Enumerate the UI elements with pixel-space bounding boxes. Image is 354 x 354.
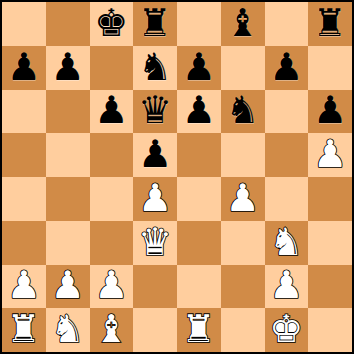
black-bishop-piece[interactable]: ♝ [226, 4, 260, 42]
white-rook-piece[interactable]: ♜ [182, 310, 216, 348]
square-h6[interactable]: ♟ [308, 90, 352, 134]
black-rook-piece[interactable]: ♜ [138, 4, 172, 42]
white-pawn-piece[interactable]: ♟ [51, 266, 85, 304]
square-g7[interactable]: ♟ [265, 46, 309, 90]
square-e8[interactable] [177, 2, 221, 46]
black-pawn-piece[interactable]: ♟ [313, 91, 347, 129]
board-frame: ♚♜♝♜♟♟♞♟♟♟♛♟♞♟♟♟♟♟♛♞♟♟♟♟♜♞♝♜♚ [0, 0, 354, 354]
white-pawn-piece[interactable]: ♟ [94, 266, 128, 304]
square-b8[interactable] [46, 2, 90, 46]
black-pawn-piece[interactable]: ♟ [94, 91, 128, 129]
square-e6[interactable]: ♟ [177, 90, 221, 134]
white-pawn-piece[interactable]: ♟ [7, 266, 41, 304]
black-pawn-piece[interactable]: ♟ [138, 135, 172, 173]
square-c6[interactable]: ♟ [90, 90, 134, 134]
white-queen-piece[interactable]: ♛ [138, 223, 172, 261]
square-d6[interactable]: ♛ [133, 90, 177, 134]
square-h3[interactable] [308, 221, 352, 265]
square-d5[interactable]: ♟ [133, 133, 177, 177]
square-c8[interactable]: ♚ [90, 2, 134, 46]
square-d2[interactable] [133, 265, 177, 309]
square-f1[interactable] [221, 308, 265, 352]
square-h4[interactable] [308, 177, 352, 221]
white-pawn-piece[interactable]: ♟ [138, 179, 172, 217]
square-b5[interactable] [46, 133, 90, 177]
square-f2[interactable] [221, 265, 265, 309]
square-e2[interactable] [177, 265, 221, 309]
square-f3[interactable] [221, 221, 265, 265]
square-c2[interactable]: ♟ [90, 265, 134, 309]
square-h5[interactable]: ♟ [308, 133, 352, 177]
white-rook-piece[interactable]: ♜ [7, 310, 41, 348]
square-f4[interactable]: ♟ [221, 177, 265, 221]
square-f7[interactable] [221, 46, 265, 90]
square-a4[interactable] [2, 177, 46, 221]
black-king-piece[interactable]: ♚ [94, 4, 128, 42]
square-b3[interactable] [46, 221, 90, 265]
white-bishop-piece[interactable]: ♝ [94, 310, 128, 348]
square-d1[interactable] [133, 308, 177, 352]
square-b4[interactable] [46, 177, 90, 221]
square-g6[interactable] [265, 90, 309, 134]
square-g5[interactable] [265, 133, 309, 177]
square-f5[interactable] [221, 133, 265, 177]
square-c3[interactable] [90, 221, 134, 265]
black-knight-piece[interactable]: ♞ [138, 48, 172, 86]
square-a2[interactable]: ♟ [2, 265, 46, 309]
square-b7[interactable]: ♟ [46, 46, 90, 90]
square-d7[interactable]: ♞ [133, 46, 177, 90]
square-c4[interactable] [90, 177, 134, 221]
square-d3[interactable]: ♛ [133, 221, 177, 265]
white-pawn-piece[interactable]: ♟ [226, 179, 260, 217]
white-pawn-piece[interactable]: ♟ [313, 135, 347, 173]
black-queen-piece[interactable]: ♛ [138, 91, 172, 129]
black-pawn-piece[interactable]: ♟ [7, 48, 41, 86]
square-g2[interactable]: ♟ [265, 265, 309, 309]
square-c5[interactable] [90, 133, 134, 177]
square-h7[interactable] [308, 46, 352, 90]
square-b1[interactable]: ♞ [46, 308, 90, 352]
square-a8[interactable] [2, 2, 46, 46]
white-pawn-piece[interactable]: ♟ [269, 266, 303, 304]
white-knight-piece[interactable]: ♞ [51, 310, 85, 348]
square-a3[interactable] [2, 221, 46, 265]
square-a6[interactable] [2, 90, 46, 134]
square-h2[interactable] [308, 265, 352, 309]
square-e4[interactable] [177, 177, 221, 221]
square-d8[interactable]: ♜ [133, 2, 177, 46]
square-a5[interactable] [2, 133, 46, 177]
square-e7[interactable]: ♟ [177, 46, 221, 90]
chess-board: ♚♜♝♜♟♟♞♟♟♟♛♟♞♟♟♟♟♟♛♞♟♟♟♟♜♞♝♜♚ [2, 2, 352, 352]
square-b6[interactable] [46, 90, 90, 134]
square-e5[interactable] [177, 133, 221, 177]
black-rook-piece[interactable]: ♜ [313, 4, 347, 42]
square-f8[interactable]: ♝ [221, 2, 265, 46]
square-e1[interactable]: ♜ [177, 308, 221, 352]
black-pawn-piece[interactable]: ♟ [182, 48, 216, 86]
white-king-piece[interactable]: ♚ [269, 310, 303, 348]
black-pawn-piece[interactable]: ♟ [182, 91, 216, 129]
square-b2[interactable]: ♟ [46, 265, 90, 309]
square-g3[interactable]: ♞ [265, 221, 309, 265]
black-pawn-piece[interactable]: ♟ [269, 48, 303, 86]
square-g4[interactable] [265, 177, 309, 221]
square-c1[interactable]: ♝ [90, 308, 134, 352]
black-pawn-piece[interactable]: ♟ [51, 48, 85, 86]
square-h1[interactable] [308, 308, 352, 352]
white-knight-piece[interactable]: ♞ [269, 223, 303, 261]
black-knight-piece[interactable]: ♞ [226, 91, 260, 129]
square-g1[interactable]: ♚ [265, 308, 309, 352]
square-a1[interactable]: ♜ [2, 308, 46, 352]
square-h8[interactable]: ♜ [308, 2, 352, 46]
square-f6[interactable]: ♞ [221, 90, 265, 134]
square-c7[interactable] [90, 46, 134, 90]
square-a7[interactable]: ♟ [2, 46, 46, 90]
square-e3[interactable] [177, 221, 221, 265]
square-d4[interactable]: ♟ [133, 177, 177, 221]
square-g8[interactable] [265, 2, 309, 46]
